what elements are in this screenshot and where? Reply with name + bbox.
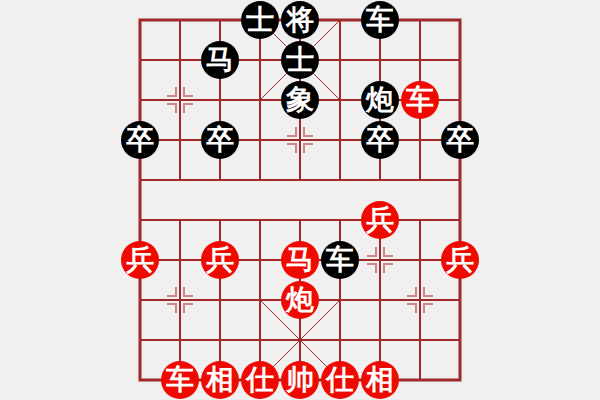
piece-red-elephant[interactable]: 相 bbox=[361, 361, 399, 399]
piece-black-elephant[interactable]: 象 bbox=[281, 81, 319, 119]
point-marker bbox=[407, 287, 416, 296]
point-marker bbox=[287, 127, 296, 136]
piece-red-soldier[interactable]: 兵 bbox=[441, 241, 479, 279]
xiangqi-app: 士将车马士象炮车卒卒卒卒兵兵兵马车兵炮车相仕帅仕相 bbox=[0, 0, 600, 400]
piece-black-soldier[interactable]: 卒 bbox=[201, 121, 239, 159]
piece-black-horse[interactable]: 马 bbox=[201, 41, 239, 79]
piece-black-cannon[interactable]: 炮 bbox=[361, 81, 399, 119]
piece-red-general[interactable]: 帅 bbox=[281, 361, 319, 399]
point-marker bbox=[367, 264, 376, 273]
point-marker bbox=[184, 87, 193, 96]
point-marker bbox=[424, 287, 433, 296]
piece-black-chariot[interactable]: 车 bbox=[361, 1, 399, 39]
piece-red-chariot[interactable]: 车 bbox=[161, 361, 199, 399]
point-marker bbox=[167, 304, 176, 313]
piece-black-advisor[interactable]: 士 bbox=[281, 41, 319, 79]
point-marker bbox=[367, 247, 376, 256]
piece-red-cannon[interactable]: 炮 bbox=[281, 281, 319, 319]
point-marker bbox=[304, 127, 313, 136]
piece-red-soldier[interactable]: 兵 bbox=[201, 241, 239, 279]
point-marker bbox=[304, 144, 313, 153]
point-marker bbox=[167, 104, 176, 113]
point-marker bbox=[287, 144, 296, 153]
point-marker bbox=[384, 264, 393, 273]
piece-red-soldier[interactable]: 兵 bbox=[361, 201, 399, 239]
point-marker bbox=[384, 247, 393, 256]
point-marker bbox=[167, 87, 176, 96]
piece-black-advisor[interactable]: 士 bbox=[241, 1, 279, 39]
piece-black-soldier[interactable]: 卒 bbox=[121, 121, 159, 159]
point-marker bbox=[184, 304, 193, 313]
piece-red-advisor[interactable]: 仕 bbox=[241, 361, 279, 399]
piece-black-general[interactable]: 将 bbox=[281, 1, 319, 39]
point-marker bbox=[184, 287, 193, 296]
piece-black-soldier[interactable]: 卒 bbox=[361, 121, 399, 159]
piece-red-chariot[interactable]: 车 bbox=[401, 81, 439, 119]
piece-black-chariot[interactable]: 车 bbox=[321, 241, 359, 279]
point-marker bbox=[424, 304, 433, 313]
piece-red-horse[interactable]: 马 bbox=[281, 241, 319, 279]
piece-red-advisor[interactable]: 仕 bbox=[321, 361, 359, 399]
piece-red-elephant[interactable]: 相 bbox=[201, 361, 239, 399]
point-marker bbox=[407, 304, 416, 313]
piece-red-soldier[interactable]: 兵 bbox=[121, 241, 159, 279]
point-marker bbox=[167, 287, 176, 296]
point-marker bbox=[184, 104, 193, 113]
piece-black-soldier[interactable]: 卒 bbox=[441, 121, 479, 159]
